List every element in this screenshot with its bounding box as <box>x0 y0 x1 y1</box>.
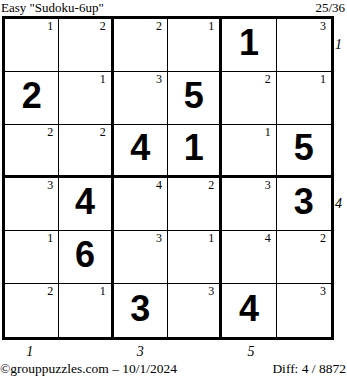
corner-mark: 3 <box>208 285 214 297</box>
cell-r1c5[interactable]: 1 <box>222 19 276 72</box>
puzzle-counter: 25/36 <box>315 1 345 14</box>
cell-r3c5[interactable]: 1 <box>222 125 276 178</box>
corner-mark: 3 <box>47 179 53 191</box>
cell-r5c3[interactable]: 3 <box>114 231 168 284</box>
corner-mark: 1 <box>265 126 271 138</box>
corner-mark: 1 <box>208 20 214 32</box>
cell-r1c4[interactable]: 1 <box>168 19 222 72</box>
cell-r3c4[interactable]: 1 <box>168 125 222 178</box>
corner-mark: 1 <box>47 20 53 32</box>
cell-r2c4[interactable]: 5 <box>168 72 222 125</box>
corner-mark: 3 <box>320 20 326 32</box>
cell-r3c6[interactable]: 5 <box>277 125 331 178</box>
cell-r6c5[interactable]: 4 <box>222 284 276 337</box>
footer: ©grouppuzzles.com – 10/1/2024 Diff: 4 / … <box>0 360 347 376</box>
corner-mark: 2 <box>208 179 214 191</box>
cell-r1c1[interactable]: 1 <box>5 19 59 72</box>
cell-r6c6[interactable]: 3 <box>277 284 331 337</box>
given-digit: 1 <box>184 130 204 166</box>
corner-mark: 2 <box>100 126 106 138</box>
cell-r6c1[interactable]: 2 <box>5 284 59 337</box>
row-label-4: 4 <box>335 197 342 211</box>
cell-r5c5[interactable]: 4 <box>222 231 276 284</box>
corner-mark: 3 <box>320 285 326 297</box>
corner-mark: 1 <box>47 232 53 244</box>
cell-r3c2[interactable]: 2 <box>59 125 113 178</box>
given-digit: 5 <box>184 78 204 114</box>
cell-r2c2[interactable]: 1 <box>59 72 113 125</box>
column-labels: 135 <box>2 340 334 360</box>
given-digit: 1 <box>239 25 259 61</box>
corner-mark: 3 <box>156 73 162 85</box>
cell-r2c1[interactable]: 2 <box>5 72 59 125</box>
corner-mark: 2 <box>156 20 162 32</box>
cell-r2c3[interactable]: 3 <box>114 72 168 125</box>
cell-r2c5[interactable]: 2 <box>222 72 276 125</box>
col-label-5: 5 <box>248 345 255 359</box>
given-digit: 3 <box>294 184 314 220</box>
corner-mark: 2 <box>47 285 53 297</box>
cell-r2c6[interactable]: 1 <box>277 72 331 125</box>
corner-mark: 3 <box>265 179 271 191</box>
given-digit: 3 <box>130 291 150 327</box>
cell-r4c2[interactable]: 4 <box>59 178 113 231</box>
cell-r1c6[interactable]: 3 <box>277 19 331 72</box>
corner-mark: 2 <box>100 20 106 32</box>
cell-r5c1[interactable]: 1 <box>5 231 59 284</box>
col-label-3: 3 <box>137 345 144 359</box>
cell-r6c4[interactable]: 3 <box>168 284 222 337</box>
difficulty-text: Diff: 4 / 8872 <box>272 362 346 376</box>
corner-mark: 1 <box>320 73 326 85</box>
cell-r3c3[interactable]: 4 <box>114 125 168 178</box>
corner-mark: 2 <box>320 232 326 244</box>
cell-r6c2[interactable]: 1 <box>59 284 113 337</box>
corner-mark: 3 <box>156 232 162 244</box>
copyright-text: ©grouppuzzles.com – 10/1/2024 <box>0 362 177 376</box>
corner-mark: 2 <box>265 73 271 85</box>
corner-mark: 4 <box>265 232 271 244</box>
corner-mark: 1 <box>100 73 106 85</box>
corner-mark: 4 <box>156 179 162 191</box>
given-digit: 4 <box>75 184 95 220</box>
given-digit: 5 <box>294 130 314 166</box>
given-digit: 6 <box>75 237 95 273</box>
cell-r4c6[interactable]: 3 <box>277 178 331 231</box>
cell-r4c3[interactable]: 4 <box>114 178 168 231</box>
col-label-1: 1 <box>26 345 33 359</box>
cell-r1c2[interactable]: 2 <box>59 19 113 72</box>
row-label-1: 1 <box>335 38 342 52</box>
given-digit: 2 <box>22 78 42 114</box>
cell-r4c4[interactable]: 2 <box>168 178 222 231</box>
corner-mark: 1 <box>208 232 214 244</box>
puzzle-title: Easy "Sudoku-6up" <box>1 1 104 14</box>
cell-r4c5[interactable]: 3 <box>222 178 276 231</box>
given-digit: 4 <box>130 130 150 166</box>
cell-r3c1[interactable]: 2 <box>5 125 59 178</box>
cell-r5c4[interactable]: 1 <box>168 231 222 284</box>
sudoku-board: 122113213521224115344233163142213343 14 <box>2 16 334 340</box>
cell-r5c6[interactable]: 2 <box>277 231 331 284</box>
cell-r4c1[interactable]: 3 <box>5 178 59 231</box>
cell-r6c3[interactable]: 3 <box>114 284 168 337</box>
corner-mark: 1 <box>100 285 106 297</box>
header: Easy "Sudoku-6up" 25/36 <box>0 0 347 15</box>
corner-mark: 2 <box>47 126 53 138</box>
sudoku-grid: 122113213521224115344233163142213343 <box>5 19 331 337</box>
given-digit: 4 <box>239 291 259 327</box>
cell-r1c3[interactable]: 2 <box>114 19 168 72</box>
cell-r5c2[interactable]: 6 <box>59 231 113 284</box>
